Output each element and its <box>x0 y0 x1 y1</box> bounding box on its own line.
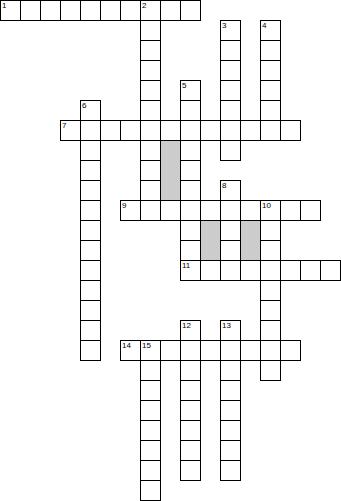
cell-r1c13[interactable] <box>260 20 281 41</box>
cell-r0c7[interactable] <box>140 0 161 21</box>
shaded-run-2[interactable] <box>200 220 221 261</box>
cell-r19c7[interactable] <box>140 380 161 401</box>
cell-r13c12[interactable] <box>240 260 261 281</box>
cell-r4c13[interactable] <box>260 80 281 101</box>
cell-r5c11[interactable] <box>220 100 241 121</box>
cell-r0c4[interactable] <box>80 0 101 21</box>
cell-r13c9[interactable] <box>180 260 201 281</box>
cell-r10c11[interactable] <box>220 200 241 221</box>
cell-r1c7[interactable] <box>140 20 161 41</box>
cell-r6c7[interactable] <box>140 120 161 141</box>
cell-r12c13[interactable] <box>260 240 281 261</box>
cell-r13c11[interactable] <box>220 260 241 281</box>
cell-r7c7[interactable] <box>140 140 161 161</box>
cell-r13c13[interactable] <box>260 260 281 281</box>
cell-r3c13[interactable] <box>260 60 281 81</box>
cell-r8c7[interactable] <box>140 160 161 181</box>
cell-r23c11[interactable] <box>220 460 241 481</box>
cell-r17c8[interactable] <box>160 340 181 361</box>
cell-r10c14[interactable] <box>280 200 301 221</box>
cell-r20c11[interactable] <box>220 400 241 421</box>
cell-r10c6[interactable] <box>120 200 141 221</box>
cell-r0c3[interactable] <box>60 0 81 21</box>
cell-r5c9[interactable] <box>180 100 201 121</box>
cell-r12c11[interactable] <box>220 240 241 261</box>
cell-r6c4[interactable] <box>80 120 101 141</box>
cell-r16c11[interactable] <box>220 320 241 341</box>
cell-r24c7[interactable] <box>140 480 161 501</box>
cell-r10c9[interactable] <box>180 200 201 221</box>
cell-r12c4[interactable] <box>80 240 101 261</box>
cell-r9c11[interactable] <box>220 180 241 201</box>
cell-r7c4[interactable] <box>80 140 101 161</box>
cell-r0c2[interactable] <box>40 0 61 21</box>
cell-r0c8[interactable] <box>160 0 181 21</box>
cell-r16c4[interactable] <box>80 320 101 341</box>
cell-r2c7[interactable] <box>140 40 161 61</box>
cell-r15c4[interactable] <box>80 300 101 321</box>
cell-r14c13[interactable] <box>260 280 281 301</box>
cell-r21c9[interactable] <box>180 420 201 441</box>
cell-r6c10[interactable] <box>200 120 221 141</box>
cell-r22c9[interactable] <box>180 440 201 461</box>
cell-r17c13[interactable] <box>260 340 281 361</box>
cell-r13c14[interactable] <box>280 260 301 281</box>
cell-r6c5[interactable] <box>100 120 121 141</box>
cell-r11c11[interactable] <box>220 220 241 241</box>
cell-r18c13[interactable] <box>260 360 281 381</box>
cell-r10c12[interactable] <box>240 200 261 221</box>
cell-r17c7[interactable] <box>140 340 161 361</box>
cell-r11c4[interactable] <box>80 220 101 241</box>
cell-r19c11[interactable] <box>220 380 241 401</box>
cell-r6c12[interactable] <box>240 120 261 141</box>
cell-r15c13[interactable] <box>260 300 281 321</box>
cell-r6c8[interactable] <box>160 120 181 141</box>
cell-r6c14[interactable] <box>280 120 301 141</box>
cell-r22c7[interactable] <box>140 440 161 461</box>
cell-r0c5[interactable] <box>100 0 121 21</box>
cell-r11c9[interactable] <box>180 220 201 241</box>
cell-r6c11[interactable] <box>220 120 241 141</box>
cell-r17c6[interactable] <box>120 340 141 361</box>
cell-r6c3[interactable] <box>60 120 81 141</box>
cell-r3c11[interactable] <box>220 60 241 81</box>
cell-r6c13[interactable] <box>260 120 281 141</box>
cell-r1c11[interactable] <box>220 20 241 41</box>
cell-r21c7[interactable] <box>140 420 161 441</box>
cell-r17c10[interactable] <box>200 340 221 361</box>
cell-r4c11[interactable] <box>220 80 241 101</box>
cell-r10c10[interactable] <box>200 200 221 221</box>
cell-r18c9[interactable] <box>180 360 201 381</box>
cell-r8c4[interactable] <box>80 160 101 181</box>
cell-r10c15[interactable] <box>300 200 321 221</box>
cell-r14c4[interactable] <box>80 280 101 301</box>
cell-r2c11[interactable] <box>220 40 241 61</box>
cell-r9c9[interactable] <box>180 180 201 201</box>
cell-r5c7[interactable] <box>140 100 161 121</box>
cell-r23c7[interactable] <box>140 460 161 481</box>
cell-r6c6[interactable] <box>120 120 141 141</box>
cell-r0c6[interactable] <box>120 0 141 21</box>
cell-r16c9[interactable] <box>180 320 201 341</box>
cell-r3c7[interactable] <box>140 60 161 81</box>
cell-r10c8[interactable] <box>160 200 181 221</box>
cell-r13c4[interactable] <box>80 260 101 281</box>
cell-r17c12[interactable] <box>240 340 261 361</box>
cell-r0c0[interactable] <box>0 0 21 21</box>
cell-r7c9[interactable] <box>180 140 201 161</box>
cell-r13c10[interactable] <box>200 260 221 281</box>
cell-r5c13[interactable] <box>260 100 281 121</box>
cell-r6c9[interactable] <box>180 120 201 141</box>
cell-r18c11[interactable] <box>220 360 241 381</box>
cell-r21c11[interactable] <box>220 420 241 441</box>
cell-r17c14[interactable] <box>280 340 301 361</box>
cell-r10c13[interactable] <box>260 200 281 221</box>
cell-r0c9[interactable] <box>180 0 201 21</box>
cell-r17c11[interactable] <box>220 340 241 361</box>
shaded-run-3[interactable] <box>240 220 261 261</box>
cell-r18c7[interactable] <box>140 360 161 381</box>
cell-r9c7[interactable] <box>140 180 161 201</box>
cell-r10c4[interactable] <box>80 200 101 221</box>
cell-r2c13[interactable] <box>260 40 281 61</box>
cell-r13c16[interactable] <box>320 260 341 281</box>
cell-r7c11[interactable] <box>220 140 241 161</box>
cell-r8c9[interactable] <box>180 160 201 181</box>
cell-r17c9[interactable] <box>180 340 201 361</box>
cell-r9c4[interactable] <box>80 180 101 201</box>
shaded-run-1[interactable] <box>160 140 181 201</box>
cell-r4c7[interactable] <box>140 80 161 101</box>
cell-r12c9[interactable] <box>180 240 201 261</box>
cell-r20c7[interactable] <box>140 400 161 421</box>
cell-r11c13[interactable] <box>260 220 281 241</box>
crossword-grid: 123456789101112131415 <box>0 0 341 501</box>
cell-r0c1[interactable] <box>20 0 41 21</box>
cell-r16c13[interactable] <box>260 320 281 341</box>
cell-r22c11[interactable] <box>220 440 241 461</box>
cell-r10c7[interactable] <box>140 200 161 221</box>
cell-r13c15[interactable] <box>300 260 321 281</box>
cell-r17c4[interactable] <box>80 340 101 361</box>
cell-r4c9[interactable] <box>180 80 201 101</box>
cell-r19c9[interactable] <box>180 380 201 401</box>
cell-r20c9[interactable] <box>180 400 201 421</box>
cell-r23c9[interactable] <box>180 460 201 481</box>
cell-r5c4[interactable] <box>80 100 101 121</box>
